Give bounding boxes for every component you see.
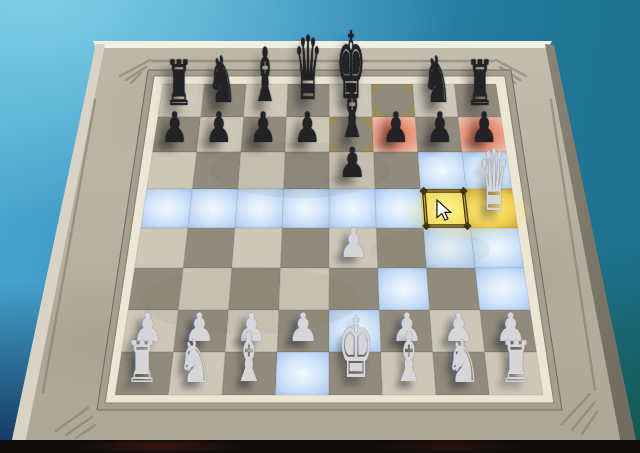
white-pawn-e4[interactable]: ♟ [339,224,368,264]
white-king-e1[interactable]: ♚ [338,306,374,391]
square-b4[interactable] [183,228,235,268]
white-rook-h1[interactable]: ♜ [499,333,533,390]
black-pawn-g7[interactable]: ♟ [427,107,454,149]
black-pawn-a7[interactable]: ♟ [161,107,188,149]
white-bishop-f1[interactable]: ♝ [393,323,425,391]
black-pawn-e6[interactable]: ♟ [338,144,366,185]
square-d4[interactable] [281,228,330,268]
square-f3[interactable] [378,268,430,310]
square-a5[interactable] [141,189,193,228]
black-bishop-e7[interactable]: ♝ [338,75,364,149]
square-c4[interactable] [232,228,282,268]
white-rook-a1[interactable]: ♜ [125,333,159,390]
white-knight-b1[interactable]: ♞ [178,332,213,391]
black-pawn-c7[interactable]: ♟ [250,107,277,149]
black-pawn-b7[interactable]: ♟ [205,107,232,149]
square-h3[interactable] [475,268,530,310]
square-g6[interactable] [418,152,466,189]
chess-titans-scene: ♜♞♝♛♚♞♜♟♟♟♟♝♟♟♟♟♛♟♟♟♟♟♟♟♟♜♞♝♚♝♞♜ [0,0,640,453]
white-knight-g1[interactable]: ♞ [445,332,480,391]
black-pawn-d7[interactable]: ♟ [294,107,321,149]
square-g3[interactable] [427,268,480,310]
square-a6[interactable] [147,152,197,189]
black-pawn-f7[interactable]: ♟ [382,107,409,149]
square-a4[interactable] [135,228,188,268]
white-queen-h5[interactable]: ♛ [479,139,510,224]
square-d1[interactable] [276,352,330,395]
white-pawn-d2[interactable]: ♟ [287,308,318,347]
square-b5[interactable] [188,189,238,228]
black-queen-d8[interactable]: ♛ [294,25,322,113]
white-bishop-c1[interactable]: ♝ [233,323,265,391]
